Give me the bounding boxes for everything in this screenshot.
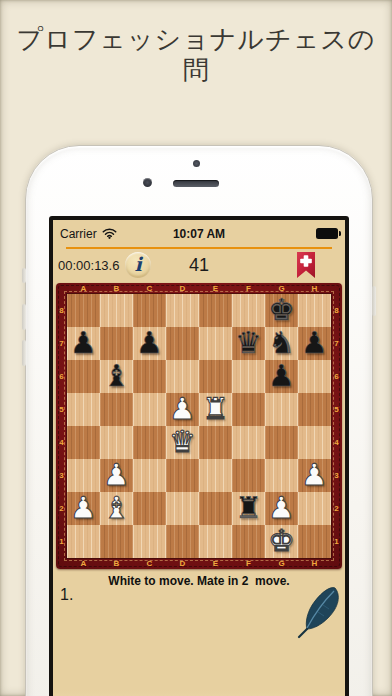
screen-bezel: Carrier 10:07 AM 00:00:13.6 [49, 216, 349, 696]
square-g4[interactable] [265, 426, 298, 459]
coord-label: 7 [56, 327, 67, 360]
square-f2[interactable]: ♜ [232, 492, 265, 525]
square-d3[interactable] [166, 459, 199, 492]
coord-label: 1 [56, 525, 67, 558]
black-pawn[interactable]: ♟ [265, 360, 298, 392]
chess-board[interactable]: ABCDEFGH ABCDEFGH 87654321 87654321 ♚♟♟♛… [56, 283, 342, 569]
white-pawn[interactable]: ♟ [265, 492, 298, 524]
volume-down-button [22, 340, 26, 366]
coord-label: 7 [331, 327, 342, 360]
square-f1[interactable] [232, 525, 265, 558]
black-pawn[interactable]: ♟ [298, 327, 331, 359]
coord-label: G [265, 283, 298, 294]
quill-icon[interactable] [294, 585, 344, 639]
square-b4[interactable] [100, 426, 133, 459]
square-h7[interactable]: ♟ [298, 327, 331, 360]
coord-label: 5 [56, 393, 67, 426]
coord-label: 8 [56, 294, 67, 327]
wifi-icon [102, 228, 117, 239]
coord-label: E [199, 283, 232, 294]
black-bishop[interactable]: ♝ [100, 360, 133, 392]
square-e4[interactable] [199, 426, 232, 459]
black-rook[interactable]: ♜ [232, 492, 265, 524]
speaker-slot [173, 180, 219, 187]
square-b6[interactable]: ♝ [100, 360, 133, 393]
square-f7[interactable]: ♛ [232, 327, 265, 360]
square-c1[interactable] [133, 525, 166, 558]
square-a2[interactable]: ♟ [67, 492, 100, 525]
volume-up-button [22, 304, 26, 330]
square-b8[interactable] [100, 294, 133, 327]
coord-label: 1 [331, 525, 342, 558]
iphone-frame: Carrier 10:07 AM 00:00:13.6 [25, 145, 373, 696]
decorative-king: ♚ [211, 691, 263, 696]
coord-label: 2 [331, 492, 342, 525]
square-g8[interactable]: ♚ [265, 294, 298, 327]
square-e3[interactable] [199, 459, 232, 492]
square-h1[interactable] [298, 525, 331, 558]
board-grid: ♚♟♟♛♞♟♝♟♟♜♛♟♟♟♝♜♟♚ [67, 294, 331, 558]
app-store-screenshot: プロフェッショナルチェスの問 Carrier [0, 0, 392, 696]
square-g2[interactable]: ♟ [265, 492, 298, 525]
coord-label: A [67, 558, 100, 569]
square-f3[interactable] [232, 459, 265, 492]
coord-label: B [100, 558, 133, 569]
square-b5[interactable] [100, 393, 133, 426]
coord-label: 2 [56, 492, 67, 525]
square-g6[interactable]: ♟ [265, 360, 298, 393]
square-c3[interactable] [133, 459, 166, 492]
square-f6[interactable] [232, 360, 265, 393]
square-a5[interactable] [67, 393, 100, 426]
square-e7[interactable] [199, 327, 232, 360]
coord-label: 5 [331, 393, 342, 426]
coord-label: H [298, 283, 331, 294]
rank-labels-left: 87654321 [56, 294, 67, 558]
square-e1[interactable] [199, 525, 232, 558]
coord-label: D [166, 558, 199, 569]
square-g3[interactable] [265, 459, 298, 492]
white-pawn[interactable]: ♟ [100, 459, 133, 491]
square-a1[interactable] [67, 525, 100, 558]
square-h2[interactable] [298, 492, 331, 525]
square-g1[interactable]: ♚ [265, 525, 298, 558]
square-d5[interactable]: ♟ [166, 393, 199, 426]
coord-label: F [232, 558, 265, 569]
coord-label: 6 [331, 360, 342, 393]
square-b1[interactable] [100, 525, 133, 558]
coord-label: H [298, 558, 331, 569]
battery-icon [316, 228, 338, 239]
toolbar: 00:00:13.6 i 41 [53, 249, 345, 282]
square-e5[interactable]: ♜ [199, 393, 232, 426]
white-rook[interactable]: ♜ [199, 393, 232, 425]
coord-label: C [133, 558, 166, 569]
coord-label: E [199, 558, 232, 569]
carrier-label: Carrier [60, 227, 97, 241]
square-h6[interactable] [298, 360, 331, 393]
status-time: 10:07 AM [53, 227, 345, 241]
square-a3[interactable] [67, 459, 100, 492]
move-number: 1. [60, 586, 73, 604]
coord-label: 6 [56, 360, 67, 393]
coord-label: G [265, 558, 298, 569]
square-c5[interactable] [133, 393, 166, 426]
coord-label: 8 [331, 294, 342, 327]
square-b7[interactable] [100, 327, 133, 360]
square-b3[interactable]: ♟ [100, 459, 133, 492]
white-pawn[interactable]: ♟ [298, 459, 331, 491]
mute-switch [22, 268, 26, 283]
coord-label: 4 [56, 426, 67, 459]
black-king[interactable]: ♚ [265, 294, 298, 326]
coord-label: 3 [331, 459, 342, 492]
white-queen[interactable]: ♛ [166, 426, 199, 458]
square-d7[interactable] [166, 327, 199, 360]
square-e2[interactable] [199, 492, 232, 525]
coord-label: A [67, 283, 100, 294]
square-c7[interactable]: ♟ [133, 327, 166, 360]
black-pawn[interactable]: ♟ [67, 327, 100, 359]
square-b2[interactable]: ♝ [100, 492, 133, 525]
square-h3[interactable]: ♟ [298, 459, 331, 492]
square-h4[interactable] [298, 426, 331, 459]
square-d1[interactable] [166, 525, 199, 558]
black-knight[interactable]: ♞ [265, 327, 298, 359]
square-e6[interactable] [199, 360, 232, 393]
coord-label: D [166, 283, 199, 294]
white-pawn[interactable]: ♟ [67, 492, 100, 524]
square-f5[interactable] [232, 393, 265, 426]
coord-label: F [232, 283, 265, 294]
square-d4[interactable]: ♛ [166, 426, 199, 459]
decorative-chess-pieces: ♜♞♟♝♚♝♟♞♜ [53, 690, 345, 696]
white-pawn[interactable]: ♟ [166, 393, 199, 425]
coord-label: 4 [331, 426, 342, 459]
square-d2[interactable] [166, 492, 199, 525]
black-pawn[interactable]: ♟ [133, 327, 166, 359]
square-h8[interactable] [298, 294, 331, 327]
power-button [372, 286, 376, 316]
coord-label: B [100, 283, 133, 294]
app-screen: Carrier 10:07 AM 00:00:13.6 [53, 220, 345, 696]
square-a7[interactable]: ♟ [67, 327, 100, 360]
square-f4[interactable] [232, 426, 265, 459]
square-a4[interactable] [67, 426, 100, 459]
file-labels-top: ABCDEFGH [67, 283, 331, 294]
square-e8[interactable] [199, 294, 232, 327]
coord-label: C [133, 283, 166, 294]
file-labels-bottom: ABCDEFGH [67, 558, 331, 569]
white-king[interactable]: ♚ [265, 525, 298, 557]
rank-labels-right: 87654321 [331, 294, 342, 558]
square-a8[interactable] [67, 294, 100, 327]
square-c8[interactable] [133, 294, 166, 327]
status-bar: Carrier 10:07 AM [53, 220, 345, 247]
bookmark-add-button[interactable] [297, 252, 315, 278]
square-a6[interactable] [67, 360, 100, 393]
square-c6[interactable] [133, 360, 166, 393]
square-h5[interactable] [298, 393, 331, 426]
square-g7[interactable]: ♞ [265, 327, 298, 360]
square-f8[interactable] [232, 294, 265, 327]
black-queen[interactable]: ♛ [232, 327, 265, 359]
coord-label: 3 [56, 459, 67, 492]
front-camera [143, 178, 152, 187]
proximity-sensor [193, 160, 200, 167]
square-d6[interactable] [166, 360, 199, 393]
page-title: プロフェッショナルチェスの問 [11, 24, 381, 86]
square-d8[interactable] [166, 294, 199, 327]
square-c4[interactable] [133, 426, 166, 459]
white-bishop[interactable]: ♝ [100, 492, 133, 524]
square-g5[interactable] [265, 393, 298, 426]
square-c2[interactable] [133, 492, 166, 525]
